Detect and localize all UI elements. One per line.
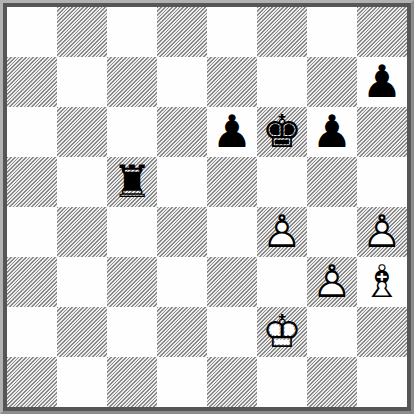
piece-white-pawn: ♟♙ (307, 257, 357, 307)
square-e2[interactable] (207, 307, 257, 357)
piece-black-king: ♚ (257, 107, 307, 157)
square-h5[interactable] (357, 157, 407, 207)
square-g3[interactable]: ♟♙ (307, 257, 357, 307)
square-d7[interactable] (157, 57, 207, 107)
square-f3[interactable] (257, 257, 307, 307)
chess-diagram: ♟♟♚♟♜♟♙♟♙♟♙♝♗♚♔ (0, 0, 414, 414)
square-b7[interactable] (57, 57, 107, 107)
piece-white-pawn: ♟♙ (357, 207, 407, 257)
square-h8[interactable] (357, 7, 407, 57)
square-g5[interactable] (307, 157, 357, 207)
square-a2[interactable] (7, 307, 57, 357)
square-e6[interactable]: ♟ (207, 107, 257, 157)
square-h7[interactable]: ♟ (357, 57, 407, 107)
square-a3[interactable] (7, 257, 57, 307)
square-e5[interactable] (207, 157, 257, 207)
square-e4[interactable] (207, 207, 257, 257)
square-g8[interactable] (307, 7, 357, 57)
chess-board: ♟♟♚♟♜♟♙♟♙♟♙♝♗♚♔ (7, 7, 407, 407)
square-e7[interactable] (207, 57, 257, 107)
square-e1[interactable] (207, 357, 257, 407)
square-d8[interactable] (157, 7, 207, 57)
square-g2[interactable] (307, 307, 357, 357)
square-c7[interactable] (107, 57, 157, 107)
square-b5[interactable] (57, 157, 107, 207)
square-a5[interactable] (7, 157, 57, 207)
square-d3[interactable] (157, 257, 207, 307)
square-f7[interactable] (257, 57, 307, 107)
square-f4[interactable]: ♟♙ (257, 207, 307, 257)
piece-black-pawn: ♟ (357, 57, 407, 107)
square-c1[interactable] (107, 357, 157, 407)
square-c6[interactable] (107, 107, 157, 157)
square-b4[interactable] (57, 207, 107, 257)
square-b8[interactable] (57, 7, 107, 57)
square-a7[interactable] (7, 57, 57, 107)
square-d4[interactable] (157, 207, 207, 257)
square-b1[interactable] (57, 357, 107, 407)
piece-black-pawn: ♟ (307, 107, 357, 157)
piece-black-pawn: ♟ (207, 107, 257, 157)
square-d6[interactable] (157, 107, 207, 157)
square-b6[interactable] (57, 107, 107, 157)
square-h2[interactable] (357, 307, 407, 357)
square-h1[interactable] (357, 357, 407, 407)
square-g1[interactable] (307, 357, 357, 407)
square-c4[interactable] (107, 207, 157, 257)
square-f6[interactable]: ♚ (257, 107, 307, 157)
square-c8[interactable] (107, 7, 157, 57)
piece-white-bishop: ♝♗ (357, 257, 407, 307)
square-a1[interactable] (7, 357, 57, 407)
square-h6[interactable] (357, 107, 407, 157)
square-h3[interactable]: ♝♗ (357, 257, 407, 307)
square-e8[interactable] (207, 7, 257, 57)
square-g7[interactable] (307, 57, 357, 107)
chess-board-frame: ♟♟♚♟♜♟♙♟♙♟♙♝♗♚♔ (0, 0, 414, 414)
piece-white-pawn: ♟♙ (257, 207, 307, 257)
square-f1[interactable] (257, 357, 307, 407)
square-f5[interactable] (257, 157, 307, 207)
square-f2[interactable]: ♚♔ (257, 307, 307, 357)
square-d1[interactable] (157, 357, 207, 407)
square-g6[interactable]: ♟ (307, 107, 357, 157)
square-c2[interactable] (107, 307, 157, 357)
square-a8[interactable] (7, 7, 57, 57)
square-g4[interactable] (307, 207, 357, 257)
piece-white-king: ♚♔ (257, 307, 307, 357)
square-b3[interactable] (57, 257, 107, 307)
square-a6[interactable] (7, 107, 57, 157)
square-e3[interactable] (207, 257, 257, 307)
square-a4[interactable] (7, 207, 57, 257)
square-c3[interactable] (107, 257, 157, 307)
square-d2[interactable] (157, 307, 207, 357)
square-d5[interactable] (157, 157, 207, 207)
square-f8[interactable] (257, 7, 307, 57)
piece-black-rook: ♜ (107, 157, 157, 207)
square-b2[interactable] (57, 307, 107, 357)
square-h4[interactable]: ♟♙ (357, 207, 407, 257)
square-c5[interactable]: ♜ (107, 157, 157, 207)
